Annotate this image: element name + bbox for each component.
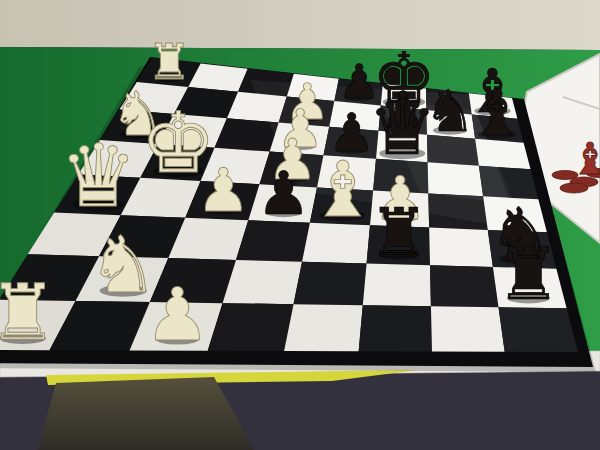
black-queen-c6: ♛︎ (368, 83, 437, 172)
black-rook-f6: ♜︎ (369, 194, 429, 272)
red-disc (560, 183, 588, 193)
black-pawn-e4: ♟︎ (257, 158, 311, 228)
white-queen-e1: ♛︎ (59, 125, 137, 226)
red-chess-piece: ♝︎ (570, 133, 600, 184)
white-pawn-h3: ♟︎ (145, 272, 211, 357)
square-h5 (284, 304, 363, 351)
photo: ♝︎ ♜︎♟︎♚︎♝︎♟︎♟︎♞︎♝︎♞︎♟︎♟︎♛︎♚︎♟︎♛︎♟︎♟︎♝︎♟… (0, 0, 600, 450)
square-h6 (359, 305, 432, 351)
black-rook-g8: ♜︎ (496, 232, 560, 316)
wall (0, 0, 600, 50)
square-g4 (223, 260, 303, 304)
square-h7 (431, 306, 505, 351)
white-bishop-e5: ♝︎ (308, 145, 377, 234)
white-pawn-e3: ♟︎ (197, 155, 251, 225)
photo-scene: ♝︎ ♜︎♟︎♚︎♝︎♟︎♟︎♞︎♝︎♞︎♟︎♟︎♛︎♚︎♟︎♛︎♟︎♟︎♝︎♟… (0, 0, 600, 450)
square-g5 (294, 262, 367, 306)
square-f7 (429, 228, 493, 267)
square-h4 (208, 303, 294, 351)
white-rook-h1: ♜︎ (0, 267, 57, 357)
black-bishop-b8: ♝︎ (468, 76, 525, 150)
